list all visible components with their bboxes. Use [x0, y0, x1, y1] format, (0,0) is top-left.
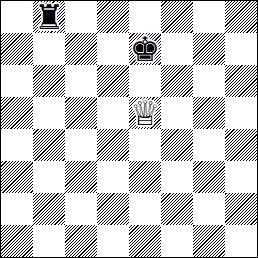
- square-h7[interactable]: [225, 33, 257, 65]
- square-d5[interactable]: [97, 97, 129, 129]
- square-c5[interactable]: [65, 97, 97, 129]
- black-king[interactable]: ♚: [130, 33, 160, 65]
- square-b1[interactable]: [33, 225, 65, 257]
- square-d1[interactable]: [97, 225, 129, 257]
- square-e1[interactable]: [129, 225, 161, 257]
- square-g5[interactable]: [193, 97, 225, 129]
- square-h2[interactable]: [225, 193, 257, 225]
- square-a8[interactable]: [1, 1, 33, 33]
- square-h5[interactable]: [225, 97, 257, 129]
- square-a5[interactable]: [1, 97, 33, 129]
- square-d6[interactable]: [97, 65, 129, 97]
- square-d7[interactable]: [97, 33, 129, 65]
- white-queen[interactable]: ♛♕: [130, 97, 160, 129]
- square-d4[interactable]: [97, 129, 129, 161]
- square-d2[interactable]: [97, 193, 129, 225]
- square-c6[interactable]: [65, 65, 97, 97]
- square-g2[interactable]: [193, 193, 225, 225]
- square-f6[interactable]: [161, 65, 193, 97]
- square-f5[interactable]: [161, 97, 193, 129]
- square-b2[interactable]: [33, 193, 65, 225]
- square-f7[interactable]: [161, 33, 193, 65]
- square-g8[interactable]: [193, 1, 225, 33]
- square-d8[interactable]: [97, 1, 129, 33]
- square-h8[interactable]: [225, 1, 257, 33]
- square-c1[interactable]: [65, 225, 97, 257]
- square-b3[interactable]: [33, 161, 65, 193]
- square-c2[interactable]: [65, 193, 97, 225]
- square-b6[interactable]: [33, 65, 65, 97]
- square-h6[interactable]: [225, 65, 257, 97]
- square-c4[interactable]: [65, 129, 97, 161]
- black-rook[interactable]: ♜: [34, 1, 64, 33]
- square-g1[interactable]: [193, 225, 225, 257]
- square-e3[interactable]: [129, 161, 161, 193]
- square-h3[interactable]: [225, 161, 257, 193]
- square-e4[interactable]: [129, 129, 161, 161]
- square-f3[interactable]: [161, 161, 193, 193]
- square-g3[interactable]: [193, 161, 225, 193]
- white-queen-outline: ♕: [130, 93, 160, 133]
- square-e7[interactable]: ♚: [129, 33, 161, 65]
- square-f1[interactable]: [161, 225, 193, 257]
- square-b4[interactable]: [33, 129, 65, 161]
- square-f4[interactable]: [161, 129, 193, 161]
- square-a6[interactable]: [1, 65, 33, 97]
- square-h1[interactable]: [225, 225, 257, 257]
- square-a3[interactable]: [1, 161, 33, 193]
- square-a7[interactable]: [1, 33, 33, 65]
- square-g6[interactable]: [193, 65, 225, 97]
- square-g4[interactable]: [193, 129, 225, 161]
- square-b8[interactable]: ♜: [33, 1, 65, 33]
- square-b5[interactable]: [33, 97, 65, 129]
- square-a4[interactable]: [1, 129, 33, 161]
- square-g7[interactable]: [193, 33, 225, 65]
- square-c8[interactable]: [65, 1, 97, 33]
- square-d3[interactable]: [97, 161, 129, 193]
- chess-board: ♜♚♛♕: [0, 0, 258, 258]
- square-e2[interactable]: [129, 193, 161, 225]
- square-f8[interactable]: [161, 1, 193, 33]
- square-f2[interactable]: [161, 193, 193, 225]
- square-e5[interactable]: ♛♕: [129, 97, 161, 129]
- square-c3[interactable]: [65, 161, 97, 193]
- square-b7[interactable]: [33, 33, 65, 65]
- square-h4[interactable]: [225, 129, 257, 161]
- square-a2[interactable]: [1, 193, 33, 225]
- square-a1[interactable]: [1, 225, 33, 257]
- square-c7[interactable]: [65, 33, 97, 65]
